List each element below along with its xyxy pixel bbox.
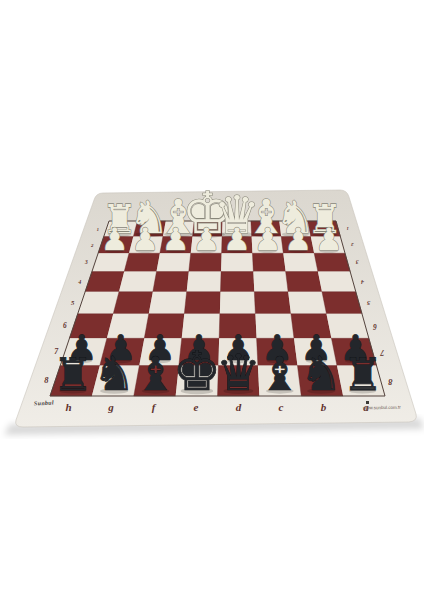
piece-black-bishop-c8: ♝ bbox=[259, 347, 300, 401]
brand-mark-icon bbox=[366, 401, 369, 404]
square-g4 bbox=[119, 272, 157, 292]
piece-white-pawn-a2: ♟ bbox=[315, 221, 343, 257]
piece-white-pawn-b2: ♟ bbox=[284, 221, 312, 257]
piece-white-pawn-f2: ♟ bbox=[162, 221, 190, 257]
square-b5 bbox=[288, 292, 326, 314]
photo-stage: hgfedcba1122334455667788♜♞♝♚♛♝♞♜♟♟♟♟♟♟♟♟… bbox=[0, 0, 424, 600]
rank-label-right-2: 2 bbox=[350, 242, 354, 247]
rank-label-right-4: 4 bbox=[361, 279, 365, 285]
piece-black-queen-d8: ♛ bbox=[216, 344, 261, 402]
rank-label-left-1: 1 bbox=[97, 227, 99, 232]
rank-label-right-3: 3 bbox=[356, 259, 360, 265]
square-d4 bbox=[220, 272, 254, 292]
square-f4 bbox=[153, 272, 189, 292]
square-d5 bbox=[220, 292, 256, 314]
square-c5 bbox=[254, 292, 291, 314]
piece-white-pawn-h2: ♟ bbox=[101, 221, 129, 257]
piece-black-rook-a8: ♜ bbox=[342, 348, 382, 401]
chessboard-photo: hgfedcba1122334455667788♜♞♝♚♛♝♞♜♟♟♟♟♟♟♟♟… bbox=[0, 0, 424, 600]
square-a4 bbox=[318, 272, 356, 292]
piece-white-pawn-d2: ♟ bbox=[223, 221, 251, 257]
piece-white-pawn-e2: ♟ bbox=[192, 221, 220, 257]
file-label-c: c bbox=[279, 401, 284, 413]
piece-black-rook-h8: ♜ bbox=[53, 348, 93, 401]
piece-black-king-e8: ♚ bbox=[173, 340, 221, 403]
square-g5 bbox=[113, 292, 153, 314]
square-f5 bbox=[149, 292, 187, 314]
piece-black-bishop-f8: ♝ bbox=[135, 347, 176, 401]
rank-label-left-2: 2 bbox=[90, 243, 94, 248]
file-label-h: h bbox=[65, 401, 71, 413]
square-e4 bbox=[187, 272, 221, 292]
piece-white-pawn-g2: ♟ bbox=[131, 221, 159, 257]
file-label-d: d bbox=[236, 401, 242, 413]
square-a5 bbox=[322, 292, 362, 314]
rank-label-right-1: 1 bbox=[347, 226, 349, 231]
piece-white-pawn-c2: ♟ bbox=[254, 221, 282, 257]
brand-logo: Sunbul bbox=[34, 399, 54, 406]
file-label-b: b bbox=[321, 401, 327, 413]
square-b4 bbox=[286, 272, 322, 292]
square-c4 bbox=[253, 272, 288, 292]
piece-black-knight-g8: ♞ bbox=[93, 346, 135, 401]
rank-label-left-3: 3 bbox=[84, 259, 88, 265]
brand-url: www.sunbul.com.tr bbox=[363, 405, 413, 411]
rank-label-left-4: 4 bbox=[77, 279, 81, 285]
rank-label-right-8: 8 bbox=[387, 377, 392, 387]
rank-label-left-8: 8 bbox=[44, 375, 49, 385]
piece-black-knight-b8: ♞ bbox=[300, 346, 342, 401]
file-label-g: g bbox=[107, 401, 114, 413]
square-e5 bbox=[184, 292, 220, 314]
rank-label-right-6: 6 bbox=[373, 322, 377, 331]
